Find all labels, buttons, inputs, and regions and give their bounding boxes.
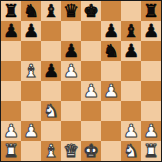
white-rook-h1: ♜ — [143, 141, 159, 161]
square-f7[interactable]: ♟ — [101, 21, 121, 41]
square-h8[interactable]: ♜ — [141, 1, 161, 21]
square-c3[interactable]: ♞ — [41, 101, 61, 121]
square-d5[interactable]: ♟ — [61, 61, 81, 81]
square-b4[interactable] — [21, 81, 41, 101]
square-g4[interactable] — [121, 81, 141, 101]
white-king-e1: ♚ — [83, 141, 99, 161]
square-c6[interactable] — [41, 41, 61, 61]
square-e2[interactable] — [81, 121, 101, 141]
white-pawn-b2: ♟ — [23, 121, 39, 141]
square-f2[interactable] — [101, 121, 121, 141]
square-a5[interactable] — [1, 61, 21, 81]
white-rook-a1: ♜ — [3, 141, 19, 161]
square-h1[interactable]: ♜ — [141, 141, 161, 161]
square-h3[interactable] — [141, 101, 161, 121]
square-e1[interactable]: ♚ — [81, 141, 101, 161]
square-c4[interactable] — [41, 81, 61, 101]
square-d2[interactable] — [61, 121, 81, 141]
square-h4[interactable] — [141, 81, 161, 101]
square-a6[interactable] — [1, 41, 21, 61]
black-knight-f6: ♞ — [103, 41, 119, 61]
square-h7[interactable]: ♟ — [141, 21, 161, 41]
square-g2[interactable]: ♟ — [121, 121, 141, 141]
square-g3[interactable] — [121, 101, 141, 121]
square-d3[interactable] — [61, 101, 81, 121]
square-e4[interactable]: ♟ — [81, 81, 101, 101]
square-c8[interactable]: ♝ — [41, 1, 61, 21]
square-b2[interactable]: ♟ — [21, 121, 41, 141]
square-d4[interactable] — [61, 81, 81, 101]
square-c5[interactable]: ♟ — [41, 61, 61, 81]
black-queen-d8: ♛ — [63, 1, 79, 21]
square-e3[interactable] — [81, 101, 101, 121]
square-f1[interactable] — [101, 141, 121, 161]
square-a7[interactable]: ♟ — [1, 21, 21, 41]
black-pawn-f7: ♟ — [103, 21, 119, 41]
white-pawn-f4: ♟ — [103, 81, 119, 101]
square-f4[interactable]: ♟ — [101, 81, 121, 101]
square-g7[interactable]: ♝ — [121, 21, 141, 41]
square-f8[interactable] — [101, 1, 121, 21]
square-c1[interactable]: ♝ — [41, 141, 61, 161]
square-g5[interactable] — [121, 61, 141, 81]
square-f3[interactable] — [101, 101, 121, 121]
square-b6[interactable] — [21, 41, 41, 61]
square-e5[interactable] — [81, 61, 101, 81]
white-pawn-a2: ♟ — [3, 121, 19, 141]
black-king-e8: ♚ — [83, 1, 99, 21]
square-h5[interactable] — [141, 61, 161, 81]
white-pawn-h2: ♟ — [143, 121, 159, 141]
white-bishop-c1: ♝ — [43, 141, 59, 161]
square-g8[interactable] — [121, 1, 141, 21]
square-b5[interactable]: ♝ — [21, 61, 41, 81]
square-c7[interactable] — [41, 21, 61, 41]
white-knight-c3: ♞ — [43, 101, 59, 121]
black-pawn-g6: ♟ — [123, 41, 139, 61]
square-e8[interactable]: ♚ — [81, 1, 101, 21]
square-a2[interactable]: ♟ — [1, 121, 21, 141]
square-h6[interactable] — [141, 41, 161, 61]
black-pawn-d6: ♟ — [63, 41, 79, 61]
square-d6[interactable]: ♟ — [61, 41, 81, 61]
black-bishop-g7: ♝ — [123, 21, 139, 41]
black-rook-a8: ♜ — [3, 1, 19, 21]
white-bishop-b5: ♝ — [23, 61, 39, 81]
square-b3[interactable] — [21, 101, 41, 121]
black-pawn-c5: ♟ — [43, 61, 59, 81]
square-a4[interactable] — [1, 81, 21, 101]
black-pawn-h7: ♟ — [143, 21, 159, 41]
white-pawn-d5: ♟ — [63, 61, 79, 81]
white-queen-d1: ♛ — [63, 141, 79, 161]
white-pawn-e4: ♟ — [83, 81, 99, 101]
white-pawn-g2: ♟ — [123, 121, 139, 141]
square-b8[interactable]: ♞ — [21, 1, 41, 21]
black-rook-h8: ♜ — [143, 1, 159, 21]
square-e6[interactable] — [81, 41, 101, 61]
square-f5[interactable] — [101, 61, 121, 81]
square-a1[interactable]: ♜ — [1, 141, 21, 161]
square-e7[interactable] — [81, 21, 101, 41]
chess-board: ♜♞♝♛♚♜♟♟♟♝♟♟♞♟♝♟♟♟♟♞♟♟♟♟♜♝♛♚♞♜ — [0, 0, 162, 162]
black-pawn-b7: ♟ — [23, 21, 39, 41]
square-d8[interactable]: ♛ — [61, 1, 81, 21]
square-c2[interactable] — [41, 121, 61, 141]
square-a8[interactable]: ♜ — [1, 1, 21, 21]
square-g1[interactable]: ♞ — [121, 141, 141, 161]
square-d7[interactable] — [61, 21, 81, 41]
black-bishop-c8: ♝ — [43, 1, 59, 21]
black-knight-b8: ♞ — [23, 1, 39, 21]
square-f6[interactable]: ♞ — [101, 41, 121, 61]
square-b7[interactable]: ♟ — [21, 21, 41, 41]
white-knight-g1: ♞ — [123, 141, 139, 161]
square-a3[interactable] — [1, 101, 21, 121]
square-d1[interactable]: ♛ — [61, 141, 81, 161]
square-b1[interactable] — [21, 141, 41, 161]
square-g6[interactable]: ♟ — [121, 41, 141, 61]
square-h2[interactable]: ♟ — [141, 121, 161, 141]
black-pawn-a7: ♟ — [3, 21, 19, 41]
